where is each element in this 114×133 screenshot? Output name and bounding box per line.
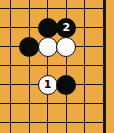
white-stone <box>38 37 58 57</box>
black-stone <box>56 75 76 95</box>
grid-vertical-line <box>29 0 30 133</box>
black-stone <box>19 37 39 57</box>
grid-vertical-line <box>10 0 11 133</box>
grid-horizontal-line <box>0 8 106 9</box>
white-stone <box>56 37 76 57</box>
black-stone-move-2: 2 <box>56 18 76 38</box>
move-number-label: 2 <box>62 22 70 33</box>
white-stone-move-1: 1 <box>38 75 58 95</box>
go-board-diagram: 21 <box>0 0 114 133</box>
grid-horizontal-line <box>0 103 106 104</box>
black-stone <box>38 18 58 38</box>
move-number-label: 1 <box>44 79 52 90</box>
grid-vertical-line <box>84 0 85 133</box>
grid-horizontal-line <box>0 122 106 123</box>
grid-horizontal-line <box>0 65 106 66</box>
board-right-edge-line <box>103 0 106 133</box>
